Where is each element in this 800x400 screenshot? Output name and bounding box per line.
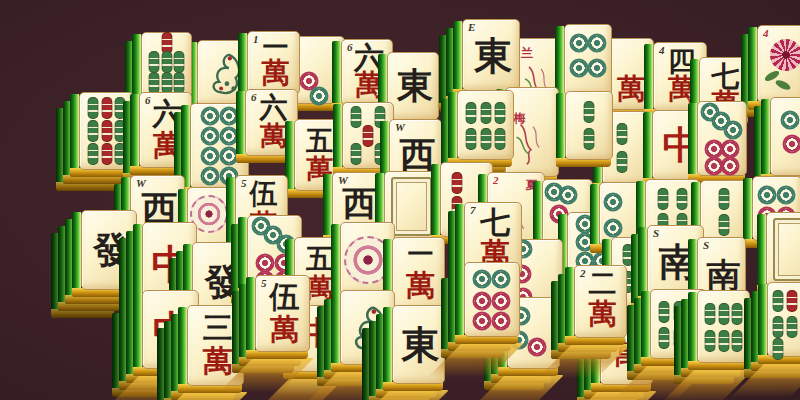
tile-whiteB-face[interactable] bbox=[766, 212, 800, 287]
dot-circle-icon bbox=[200, 147, 219, 166]
bamboo-stick-icon bbox=[617, 151, 628, 173]
bamboo-stick-icon bbox=[363, 125, 374, 147]
bamboo-stick-icon bbox=[480, 128, 491, 150]
tile-side-icon bbox=[72, 212, 81, 297]
tile-wu5b-face[interactable]: 伍萬5 bbox=[255, 275, 310, 352]
dot-circle-icon bbox=[723, 120, 742, 139]
tile-character: 伍 bbox=[270, 282, 300, 312]
tile-character: 東 bbox=[474, 37, 512, 75]
bamboo-stick-icon bbox=[466, 128, 477, 150]
tile-side-icon bbox=[644, 44, 653, 118]
tile-side-icon bbox=[130, 94, 139, 175]
dot-circle-icon bbox=[758, 185, 777, 204]
tile-corner-marker: 5 bbox=[261, 278, 267, 289]
bamboo-stick-icon bbox=[480, 102, 491, 124]
bamboo-stick-icon bbox=[494, 102, 505, 124]
tile-side-icon bbox=[383, 307, 392, 391]
dot-circle-icon bbox=[783, 135, 800, 154]
bamboo-stick-icon bbox=[718, 330, 729, 352]
mahjong-board: 一萬1六萬6東兰東E萬四萬4七萬4六萬6六萬6五萬西W梅中西W伍萬5西W夏2發中… bbox=[0, 0, 800, 400]
bamboo-stick-icon bbox=[466, 102, 477, 124]
tile-bam7b-face[interactable] bbox=[767, 282, 800, 357]
tile-character: 七 bbox=[480, 208, 510, 238]
bamboo-stick-icon bbox=[101, 120, 112, 142]
tile-character: 萬 bbox=[270, 314, 299, 343]
tile-side-icon bbox=[236, 91, 245, 163]
tile-corner-marker: 2 bbox=[580, 268, 586, 279]
dot-circle-icon bbox=[310, 87, 329, 106]
dot-circle-icon bbox=[473, 270, 492, 289]
dot-circle-icon bbox=[569, 34, 588, 53]
tile-side-icon bbox=[748, 27, 757, 110]
bamboo-stick-icon bbox=[87, 97, 98, 119]
tile-character: 萬 bbox=[617, 75, 645, 103]
tile-side-icon bbox=[757, 214, 766, 294]
tile-side-icon bbox=[133, 292, 142, 376]
bamboo-stick-icon bbox=[351, 143, 362, 165]
tile-character: 一 bbox=[408, 241, 434, 267]
tile-character: 東 bbox=[402, 326, 440, 364]
tile-corner-marker: W bbox=[136, 178, 146, 189]
tile-side-icon bbox=[688, 103, 697, 183]
tile-corner-marker: 4 bbox=[659, 45, 665, 56]
dot-circle-icon bbox=[473, 312, 492, 331]
tile-character: 五 bbox=[306, 244, 333, 271]
bamboo-stick-icon bbox=[705, 303, 716, 325]
bamboo-stick-icon bbox=[718, 188, 729, 210]
flower-label: 兰 bbox=[521, 47, 533, 59]
tile-bam7-face[interactable] bbox=[141, 32, 192, 98]
bamboo-stick-icon bbox=[659, 301, 670, 323]
dot-circle-icon bbox=[256, 253, 275, 272]
bamboo-stick-icon bbox=[773, 338, 784, 360]
bamboo-stick-icon bbox=[617, 123, 628, 145]
bamboo-stick-icon bbox=[787, 290, 798, 312]
tile-bam2a-face[interactable] bbox=[565, 91, 613, 160]
bamboo-stick-icon bbox=[787, 316, 798, 338]
tile-side-icon bbox=[453, 21, 462, 98]
tile-side-icon bbox=[333, 104, 342, 176]
tile-mum4-face[interactable]: 4 bbox=[757, 25, 800, 103]
dot-circle-icon bbox=[776, 185, 795, 204]
tile-character: 伍 bbox=[250, 180, 278, 208]
tile-wan1a-face[interactable]: 一萬1 bbox=[247, 31, 300, 95]
leaf-icon bbox=[774, 79, 791, 92]
tile-side-icon bbox=[688, 292, 697, 370]
tile-corner-marker: 6 bbox=[347, 42, 353, 53]
white-dragon-frame-icon bbox=[391, 177, 432, 236]
dot-circle-icon bbox=[588, 59, 607, 78]
tile-side-icon bbox=[641, 291, 650, 366]
tile-eastB-face[interactable]: 東E bbox=[462, 19, 520, 91]
dot-circle-icon bbox=[527, 338, 546, 357]
tile-corner-marker: W bbox=[338, 175, 348, 186]
dot-circle-icon bbox=[200, 167, 219, 186]
tile-character: 萬 bbox=[203, 346, 233, 376]
bamboo-stick-icon bbox=[718, 303, 729, 325]
bamboo-stick-icon bbox=[705, 330, 716, 352]
tile-wan1b-face[interactable]: 一萬 bbox=[392, 237, 445, 312]
tile-character: 萬 bbox=[306, 273, 333, 300]
dot-circle-icon bbox=[603, 218, 622, 237]
dot-circle-icon bbox=[569, 59, 588, 78]
tile-corner-marker: 4 bbox=[763, 28, 769, 39]
bamboo-stick-icon bbox=[773, 290, 784, 312]
tile-character: 六 bbox=[260, 94, 288, 122]
tile-dots4-face[interactable] bbox=[564, 24, 612, 96]
tile-dots7a-face[interactable] bbox=[697, 101, 747, 176]
tile-side-icon bbox=[448, 92, 457, 167]
tile-character: 二 bbox=[589, 270, 617, 298]
bamboo-stick-icon bbox=[584, 101, 595, 123]
bamboo-stick-icon bbox=[659, 327, 670, 349]
bamboo-stick-icon bbox=[174, 51, 185, 73]
tile-eastA-face[interactable]: 東 bbox=[387, 52, 439, 120]
tile-side-icon bbox=[331, 292, 340, 372]
bamboo-stick-icon bbox=[87, 120, 98, 142]
bamboo-stick-icon bbox=[101, 97, 112, 119]
tile-corner-marker: 6 bbox=[251, 92, 257, 103]
bamboo-stick-icon bbox=[773, 316, 784, 338]
dot-circle-icon bbox=[491, 270, 510, 289]
tile-character: 南 bbox=[706, 258, 740, 292]
bamboo-stick-icon bbox=[148, 51, 159, 73]
bamboo-stick-icon bbox=[87, 143, 98, 165]
bamboo-stick-icon bbox=[731, 330, 742, 352]
tile-side-icon bbox=[590, 184, 599, 253]
bamboo-stick-icon bbox=[161, 72, 172, 94]
bamboo-stick-icon bbox=[657, 188, 668, 210]
tile-character: 萬 bbox=[406, 270, 435, 299]
tile-corner-marker: S bbox=[653, 228, 659, 239]
dot-circle-icon bbox=[491, 291, 510, 310]
bamboo-stick-icon bbox=[731, 303, 742, 325]
dot-circle-icon bbox=[491, 312, 510, 331]
tile-bam6a-face[interactable] bbox=[457, 90, 514, 160]
tile-character: 五 bbox=[306, 126, 333, 153]
tile-side-icon bbox=[556, 93, 565, 167]
tile-dots6a-face[interactable] bbox=[464, 262, 520, 337]
tile-dots2-face[interactable] bbox=[770, 97, 800, 176]
dot-circle-icon bbox=[603, 192, 622, 211]
tile-corner-marker: 7 bbox=[470, 205, 476, 216]
tile-wan2-face[interactable]: 二萬2 bbox=[574, 265, 627, 338]
dot-circle-icon bbox=[588, 34, 607, 53]
bamboo-stick-icon bbox=[584, 128, 595, 150]
bamboo-stick-icon bbox=[174, 72, 185, 94]
tile-side-icon bbox=[246, 277, 255, 359]
tile-corner-marker: W bbox=[395, 122, 405, 133]
tile-character: 萬 bbox=[260, 121, 287, 148]
tile-corner-marker: E bbox=[468, 22, 475, 33]
bamboo-stick-icon bbox=[351, 106, 362, 128]
tile-corner-marker: 1 bbox=[253, 34, 259, 45]
tile-side-icon bbox=[758, 284, 767, 364]
bamboo-stick-icon bbox=[452, 172, 463, 194]
flower-label: 梅 bbox=[514, 112, 526, 124]
chrysanthemum-icon bbox=[770, 39, 800, 71]
bamboo-stick-icon bbox=[677, 188, 688, 210]
tile-character: 三 bbox=[203, 313, 233, 343]
tile-corner-marker: 2 bbox=[493, 175, 499, 186]
tile-corner-marker: 5 bbox=[241, 178, 247, 189]
tile-side-icon bbox=[70, 94, 79, 177]
tile-side-icon bbox=[431, 164, 440, 244]
tile-corner-marker: S bbox=[703, 240, 709, 251]
dot-circle-icon bbox=[200, 126, 219, 145]
dot-circle-icon bbox=[559, 185, 578, 204]
bamboo-stick-icon bbox=[494, 128, 505, 150]
dot-circle-icon bbox=[473, 291, 492, 310]
tile-corner-marker: 6 bbox=[145, 95, 151, 106]
tile-character: 萬 bbox=[262, 59, 290, 87]
tile-side-icon bbox=[761, 99, 770, 183]
dot-circle-icon bbox=[721, 157, 740, 176]
bamboo-stick-icon bbox=[161, 51, 172, 73]
tile-side-icon bbox=[331, 224, 340, 302]
tile-side-icon bbox=[455, 264, 464, 344]
dot-circle-icon bbox=[200, 106, 219, 125]
tile-character: 西 bbox=[342, 186, 376, 220]
bamboo-stick-icon bbox=[148, 72, 159, 94]
dot-circle-icon bbox=[721, 139, 740, 158]
tile-character: 東 bbox=[397, 68, 433, 104]
tile-side-icon bbox=[643, 112, 652, 187]
tile-bam6c-face[interactable] bbox=[697, 290, 750, 363]
tile-side-icon bbox=[178, 307, 187, 393]
tile-side-icon bbox=[565, 267, 574, 345]
bamboo-stick-icon bbox=[718, 214, 729, 236]
dot-circle-icon bbox=[781, 110, 800, 129]
tile-character: 萬 bbox=[589, 300, 617, 328]
tile-side-icon bbox=[332, 41, 341, 112]
bamboo-stick-icon bbox=[101, 143, 112, 165]
white-dragon-frame-icon bbox=[773, 218, 800, 281]
